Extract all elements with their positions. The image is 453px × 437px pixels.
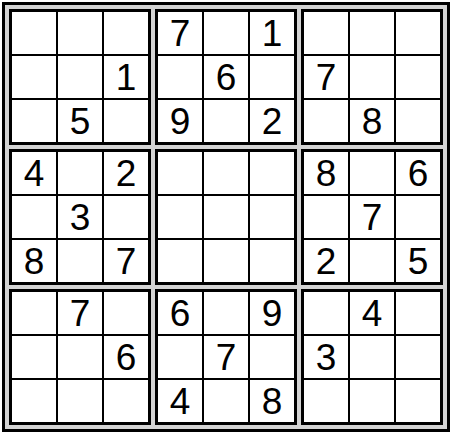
- cell-r8c7[interactable]: 3: [304, 336, 348, 378]
- cell-r2c8[interactable]: [350, 56, 394, 98]
- cell-r9c7[interactable]: [304, 380, 348, 422]
- sudoku-board: 1 5 7 1 6 9 2 7 8 4: [2, 2, 450, 432]
- cell-r2c3[interactable]: 1: [104, 56, 148, 98]
- cell-r9c9[interactable]: [396, 380, 440, 422]
- box-9: 4 3: [301, 289, 443, 425]
- cell-r9c8[interactable]: [350, 380, 394, 422]
- cell-r5c7[interactable]: [304, 196, 348, 238]
- box-7: 7 6: [9, 289, 151, 425]
- cell-r7c4[interactable]: 6: [158, 292, 202, 334]
- cell-r9c2[interactable]: [58, 380, 102, 422]
- box-4: 4 2 3 8 7: [9, 149, 151, 285]
- cell-r3c2[interactable]: 5: [58, 100, 102, 142]
- cell-r5c5[interactable]: [204, 196, 248, 238]
- cell-r6c1[interactable]: 8: [12, 240, 56, 282]
- cell-r5c6[interactable]: [250, 196, 294, 238]
- box-2: 7 1 6 9 2: [155, 9, 297, 145]
- cell-r2c5[interactable]: 6: [204, 56, 248, 98]
- cell-r5c4[interactable]: [158, 196, 202, 238]
- cell-r6c2[interactable]: [58, 240, 102, 282]
- cell-r6c9[interactable]: 5: [396, 240, 440, 282]
- box-8: 6 9 7 4 8: [155, 289, 297, 425]
- cell-r2c7[interactable]: 7: [304, 56, 348, 98]
- cell-r5c3[interactable]: [104, 196, 148, 238]
- cell-r4c7[interactable]: 8: [304, 152, 348, 194]
- cell-r7c8[interactable]: 4: [350, 292, 394, 334]
- cell-r7c9[interactable]: [396, 292, 440, 334]
- cell-r3c1[interactable]: [12, 100, 56, 142]
- cell-r1c9[interactable]: [396, 12, 440, 54]
- cell-r9c4[interactable]: 4: [158, 380, 202, 422]
- cell-r2c1[interactable]: [12, 56, 56, 98]
- cell-r6c4[interactable]: [158, 240, 202, 282]
- cell-r8c4[interactable]: [158, 336, 202, 378]
- cell-r4c9[interactable]: 6: [396, 152, 440, 194]
- cell-r4c3[interactable]: 2: [104, 152, 148, 194]
- cell-r3c7[interactable]: [304, 100, 348, 142]
- sudoku-boxes: 1 5 7 1 6 9 2 7 8 4: [9, 9, 443, 425]
- cell-r7c7[interactable]: [304, 292, 348, 334]
- cell-r9c1[interactable]: [12, 380, 56, 422]
- cell-r7c5[interactable]: [204, 292, 248, 334]
- cell-r8c6[interactable]: [250, 336, 294, 378]
- cell-r3c4[interactable]: 9: [158, 100, 202, 142]
- cell-r9c5[interactable]: [204, 380, 248, 422]
- cell-r6c5[interactable]: [204, 240, 248, 282]
- cell-r6c8[interactable]: [350, 240, 394, 282]
- cell-r9c3[interactable]: [104, 380, 148, 422]
- cell-r9c6[interactable]: 8: [250, 380, 294, 422]
- cell-r3c8[interactable]: 8: [350, 100, 394, 142]
- cell-r5c1[interactable]: [12, 196, 56, 238]
- cell-r2c9[interactable]: [396, 56, 440, 98]
- cell-r8c5[interactable]: 7: [204, 336, 248, 378]
- cell-r2c4[interactable]: [158, 56, 202, 98]
- cell-r4c2[interactable]: [58, 152, 102, 194]
- cell-r1c8[interactable]: [350, 12, 394, 54]
- cell-r5c9[interactable]: [396, 196, 440, 238]
- cell-r4c4[interactable]: [158, 152, 202, 194]
- cell-r2c2[interactable]: [58, 56, 102, 98]
- cell-r3c5[interactable]: [204, 100, 248, 142]
- cell-r3c3[interactable]: [104, 100, 148, 142]
- cell-r5c2[interactable]: 3: [58, 196, 102, 238]
- box-6: 8 6 7 2 5: [301, 149, 443, 285]
- cell-r5c8[interactable]: 7: [350, 196, 394, 238]
- cell-r8c1[interactable]: [12, 336, 56, 378]
- cell-r6c6[interactable]: [250, 240, 294, 282]
- cell-r4c5[interactable]: [204, 152, 248, 194]
- cell-r8c9[interactable]: [396, 336, 440, 378]
- cell-r1c7[interactable]: [304, 12, 348, 54]
- box-1: 1 5: [9, 9, 151, 145]
- cell-r4c8[interactable]: [350, 152, 394, 194]
- cell-r7c2[interactable]: 7: [58, 292, 102, 334]
- cell-r1c6[interactable]: 1: [250, 12, 294, 54]
- cell-r2c6[interactable]: [250, 56, 294, 98]
- cell-r1c3[interactable]: [104, 12, 148, 54]
- cell-r3c6[interactable]: 2: [250, 100, 294, 142]
- cell-r8c2[interactable]: [58, 336, 102, 378]
- cell-r1c5[interactable]: [204, 12, 248, 54]
- cell-r7c1[interactable]: [12, 292, 56, 334]
- cell-r3c9[interactable]: [396, 100, 440, 142]
- cell-r4c6[interactable]: [250, 152, 294, 194]
- box-3: 7 8: [301, 9, 443, 145]
- cell-r7c6[interactable]: 9: [250, 292, 294, 334]
- cell-r8c3[interactable]: 6: [104, 336, 148, 378]
- cell-r1c2[interactable]: [58, 12, 102, 54]
- cell-r8c8[interactable]: [350, 336, 394, 378]
- cell-r7c3[interactable]: [104, 292, 148, 334]
- box-5: [155, 149, 297, 285]
- cell-r1c1[interactable]: [12, 12, 56, 54]
- cell-r6c3[interactable]: 7: [104, 240, 148, 282]
- cell-r1c4[interactable]: 7: [158, 12, 202, 54]
- cell-r4c1[interactable]: 4: [12, 152, 56, 194]
- cell-r6c7[interactable]: 2: [304, 240, 348, 282]
